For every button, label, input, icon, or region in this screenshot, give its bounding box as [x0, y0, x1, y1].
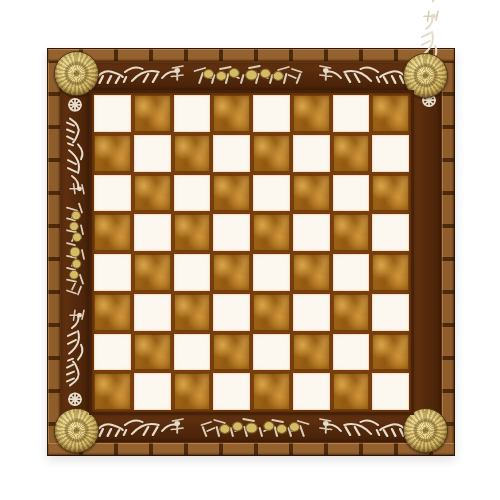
rim-bottom [48, 443, 454, 455]
square-f1[interactable] [293, 373, 330, 410]
square-a7[interactable] [94, 135, 131, 172]
square-d7[interactable] [213, 135, 250, 172]
playing-field [89, 90, 414, 415]
square-g3[interactable] [333, 294, 370, 331]
square-d8[interactable] [213, 95, 250, 132]
square-e3[interactable] [253, 294, 290, 331]
square-c5[interactable] [174, 214, 211, 251]
square-g5[interactable] [333, 214, 370, 251]
square-a6[interactable] [94, 175, 131, 212]
square-f7[interactable] [293, 135, 330, 172]
chariot-battle-motif-top [60, 62, 443, 89]
square-c3[interactable] [174, 294, 211, 331]
square-e5[interactable] [253, 214, 290, 251]
square-b3[interactable] [134, 294, 171, 331]
square-f2[interactable] [293, 334, 330, 371]
square-b8[interactable] [134, 95, 171, 132]
square-h4[interactable] [372, 254, 409, 291]
square-h5[interactable] [372, 214, 409, 251]
square-b4[interactable] [134, 254, 171, 291]
rim-right [442, 49, 454, 455]
rim-top [48, 49, 454, 61]
chariot-battle-motif-left [61, 89, 88, 415]
square-g1[interactable] [333, 373, 370, 410]
square-c8[interactable] [174, 95, 211, 132]
square-f6[interactable] [293, 175, 330, 212]
square-f3[interactable] [293, 294, 330, 331]
square-b1[interactable] [134, 373, 171, 410]
carved-band-right [413, 61, 441, 443]
square-g4[interactable] [333, 254, 370, 291]
square-a2[interactable] [94, 334, 131, 371]
square-g2[interactable] [333, 334, 370, 371]
square-c7[interactable] [174, 135, 211, 172]
square-g6[interactable] [333, 175, 370, 212]
square-h3[interactable] [372, 294, 409, 331]
square-g7[interactable] [333, 135, 370, 172]
square-e2[interactable] [253, 334, 290, 371]
square-d4[interactable] [213, 254, 250, 291]
chess-board [47, 48, 455, 456]
square-c2[interactable] [174, 334, 211, 371]
square-d1[interactable] [213, 373, 250, 410]
square-a1[interactable] [94, 373, 131, 410]
square-h7[interactable] [372, 135, 409, 172]
square-h1[interactable] [372, 373, 409, 410]
square-e7[interactable] [253, 135, 290, 172]
square-d5[interactable] [213, 214, 250, 251]
square-b5[interactable] [134, 214, 171, 251]
square-c4[interactable] [174, 254, 211, 291]
square-c6[interactable] [174, 175, 211, 212]
rim-left [48, 49, 60, 455]
square-d3[interactable] [213, 294, 250, 331]
square-e6[interactable] [253, 175, 290, 212]
square-g8[interactable] [333, 95, 370, 132]
square-a8[interactable] [94, 95, 131, 132]
square-f8[interactable] [293, 95, 330, 132]
chariot-battle-motif-bottom [60, 415, 443, 442]
square-c1[interactable] [174, 373, 211, 410]
square-b7[interactable] [134, 135, 171, 172]
square-a4[interactable] [94, 254, 131, 291]
square-a5[interactable] [94, 214, 131, 251]
square-e1[interactable] [253, 373, 290, 410]
square-h8[interactable] [372, 95, 409, 132]
playing-grid [94, 95, 409, 410]
square-e4[interactable] [253, 254, 290, 291]
square-f5[interactable] [293, 214, 330, 251]
square-b6[interactable] [134, 175, 171, 212]
square-b2[interactable] [134, 334, 171, 371]
square-f4[interactable] [293, 254, 330, 291]
square-h2[interactable] [372, 334, 409, 371]
square-h6[interactable] [372, 175, 409, 212]
square-e8[interactable] [253, 95, 290, 132]
square-d2[interactable] [213, 334, 250, 371]
square-d6[interactable] [213, 175, 250, 212]
square-a3[interactable] [94, 294, 131, 331]
